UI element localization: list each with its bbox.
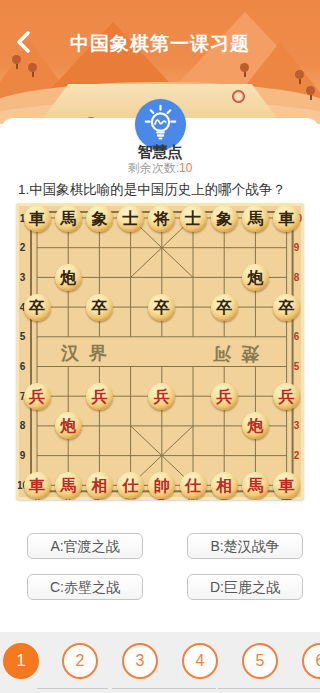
page-button-2[interactable]: 2 [62, 643, 98, 679]
piece-black-卒: 卒 [273, 294, 300, 321]
tree-decoration [295, 70, 304, 84]
piece-red-兵: 兵 [211, 383, 238, 410]
piece-red-相: 相 [211, 472, 238, 499]
piece-red-仕: 仕 [117, 472, 144, 499]
piece-black-卒: 卒 [24, 294, 51, 321]
page-button-3[interactable]: 3 [122, 643, 158, 679]
piece-red-兵: 兵 [273, 383, 300, 410]
row-number-left: 6 [20, 361, 26, 372]
row-number-right: 6 [294, 331, 300, 342]
content-card: 智慧点 剩余次数:10 1.中国象棋比喻的是中国历史上的哪个战争？ 汉界楚河11… [0, 118, 320, 632]
piece-black-馬: 馬 [242, 205, 269, 232]
piece-red-兵: 兵 [24, 383, 51, 410]
board-grid: 汉界楚河1102938475665748392101九八七六五四三二一 [18, 203, 302, 500]
page-button-5[interactable]: 5 [242, 643, 278, 679]
piece-red-馬: 馬 [242, 472, 269, 499]
row-number-left: 9 [20, 450, 26, 461]
app-screen: 中国象棋第一课习题 智慧点 剩余次数:10 1.中国象棋比喻的是中国历史上的哪个… [0, 0, 320, 693]
row-number-left: 8 [20, 420, 26, 431]
page-title: 中国象棋第一课习题 [0, 31, 320, 57]
river-label-right: 楚河 [203, 344, 260, 364]
piece-black-卒: 卒 [86, 294, 113, 321]
tree-decoration [28, 63, 37, 77]
piece-red-馬: 馬 [55, 472, 82, 499]
row-number-right: 9 [294, 242, 300, 253]
piece-black-卒: 卒 [148, 294, 175, 321]
row-number-right: 2 [294, 450, 300, 461]
piece-black-炮: 炮 [55, 264, 82, 291]
row-number-left: 2 [20, 242, 26, 253]
piece-red-仕: 仕 [180, 472, 207, 499]
row-number-left: 5 [20, 331, 26, 342]
piece-black-炮: 炮 [242, 264, 269, 291]
tree-decoration [12, 55, 21, 69]
row-number-right: 5 [294, 361, 300, 372]
remaining-count-value: 10 [179, 161, 192, 175]
row-number-right: 8 [294, 272, 300, 283]
page-button-1[interactable]: 1 [3, 643, 39, 679]
piece-black-将: 将 [148, 205, 175, 232]
piece-black-卒: 卒 [211, 294, 238, 321]
river-label-left: 汉界 [60, 343, 117, 363]
piece-red-車: 車 [273, 472, 300, 499]
piece-black-象: 象 [211, 205, 238, 232]
piece-red-兵: 兵 [148, 383, 175, 410]
page-button-6[interactable]: 6 [302, 643, 320, 679]
question-text: 1.中国象棋比喻的是中国历史上的哪个战争？ [18, 181, 286, 199]
piece-red-炮: 炮 [55, 412, 82, 439]
piece-black-象: 象 [86, 205, 113, 232]
piece-red-相: 相 [86, 472, 113, 499]
decoration-piece-disc [232, 90, 245, 103]
piece-black-士: 士 [180, 205, 207, 232]
divider-line [112, 688, 216, 689]
option-d-button[interactable]: D:巨鹿之战 [187, 574, 303, 600]
row-number-left: 3 [20, 272, 26, 283]
page-button-4[interactable]: 4 [182, 643, 218, 679]
piece-black-車: 車 [273, 205, 300, 232]
divider-line [218, 688, 320, 689]
option-a-button[interactable]: A:官渡之战 [27, 533, 143, 559]
option-b-button[interactable]: B:楚汉战争 [187, 533, 303, 559]
piece-red-帥: 帥 [148, 472, 175, 499]
piece-black-馬: 馬 [55, 205, 82, 232]
piece-black-士: 士 [117, 205, 144, 232]
tree-decoration [240, 63, 249, 77]
row-number-right: 3 [294, 420, 300, 431]
option-c-button[interactable]: C:赤壁之战 [27, 574, 143, 600]
divider-line [37, 688, 108, 689]
tree-decoration [306, 86, 315, 100]
xiangqi-board: 汉界楚河1102938475665748392101九八七六五四三二一 車馬象士… [16, 203, 304, 500]
piece-red-車: 車 [24, 472, 51, 499]
question-pagination: 123456 [0, 632, 320, 693]
piece-black-車: 車 [24, 205, 51, 232]
remaining-count: 剩余次数:10 [0, 160, 320, 177]
remaining-count-label: 剩余次数: [128, 161, 179, 175]
piece-red-兵: 兵 [86, 383, 113, 410]
